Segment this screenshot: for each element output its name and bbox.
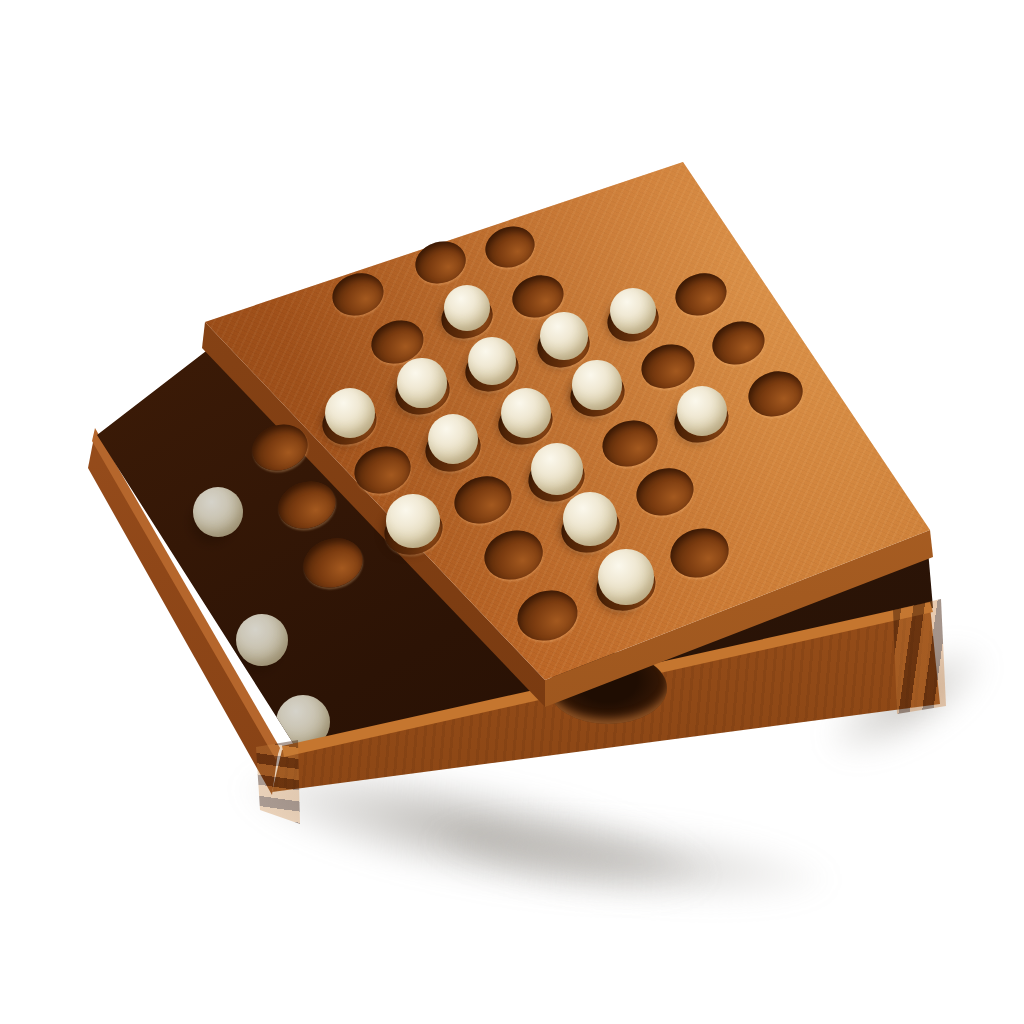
marble-r3c4[interactable] [468,337,516,385]
marble-r5c4[interactable] [531,443,583,495]
hole-r5c5[interactable] [597,413,664,472]
marble-r6c4[interactable] [563,492,617,546]
hole-r1c3[interactable] [327,268,388,323]
marble-r4c4[interactable] [501,388,551,438]
hole-r1c4[interactable] [410,235,470,289]
hole-r6c3[interactable] [479,524,550,587]
marble-r3c2[interactable] [325,388,375,438]
marble-r5c2[interactable] [386,494,440,548]
hole-r1c5[interactable] [480,220,540,273]
hole-r3c7[interactable] [670,268,731,323]
marble-r4c5[interactable] [572,360,621,409]
marble-r5c6[interactable] [677,386,727,436]
marble-r7c4[interactable] [598,549,653,604]
hole-r4c2[interactable] [348,440,416,500]
hole-r3c1[interactable] [247,417,314,476]
hole-r6c5[interactable] [631,462,699,523]
marble-r3c5[interactable] [540,312,587,359]
solitaire-scene [0,0,1024,1024]
hole-r7c5[interactable] [665,522,736,585]
board-cells [0,0,1024,1024]
hole-r4c7[interactable] [707,315,770,371]
hole-r5c1[interactable] [297,531,368,594]
hole-r4c6[interactable] [636,339,700,396]
hole-r5c3[interactable] [449,469,518,530]
hole-r4c1[interactable] [273,474,342,535]
hole-r5c7[interactable] [742,365,807,423]
hole-r7c3[interactable] [512,583,585,648]
marble-r3c3[interactable] [397,358,446,407]
